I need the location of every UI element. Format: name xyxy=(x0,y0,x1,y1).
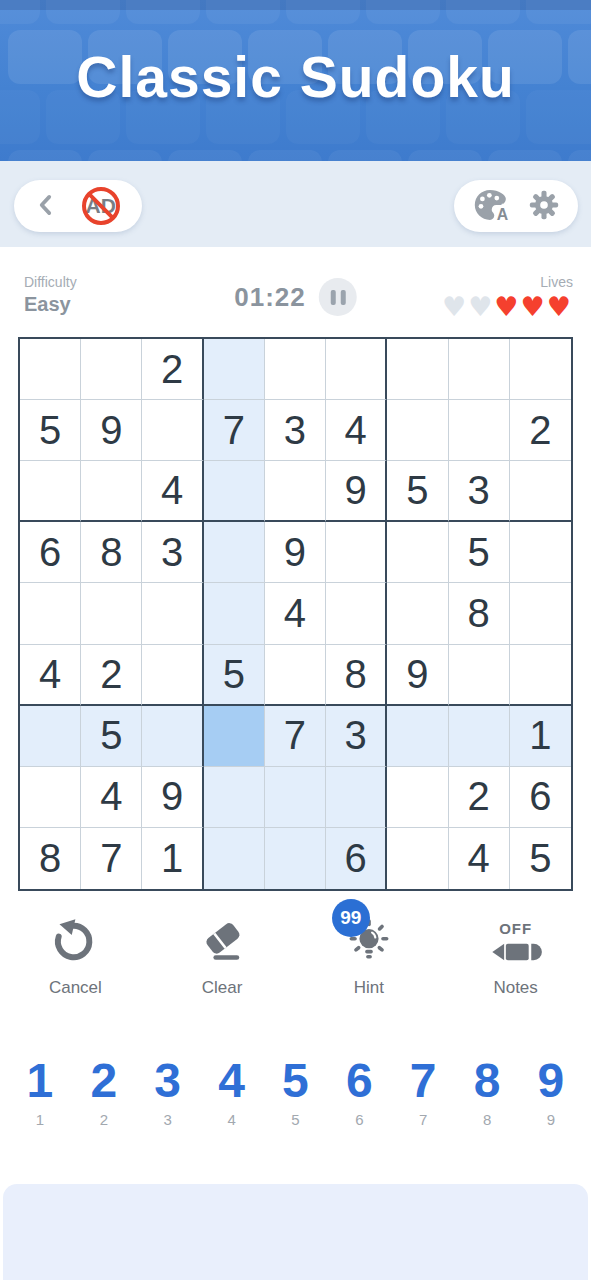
numpad-count: 4 xyxy=(227,1111,235,1128)
cell-r2c5[interactable]: 3 xyxy=(265,400,326,461)
difficulty-label: Difficulty xyxy=(24,274,77,290)
cell-r1c6[interactable] xyxy=(326,339,387,400)
cell-r7c5[interactable]: 7 xyxy=(265,706,326,767)
cell-r4c1[interactable]: 6 xyxy=(20,522,81,583)
cell-r5c1[interactable] xyxy=(20,583,81,644)
cell-r1c1[interactable] xyxy=(20,339,81,400)
cell-r3c5[interactable] xyxy=(265,461,326,522)
app-screen: Classic Sudoku AD xyxy=(0,0,591,1280)
numpad-count: 8 xyxy=(483,1111,491,1128)
difficulty-value: Easy xyxy=(24,293,77,316)
cell-r3c2[interactable] xyxy=(81,461,142,522)
cell-r3c6[interactable]: 9 xyxy=(326,461,387,522)
cell-r7c4[interactable] xyxy=(204,706,265,767)
pause-icon xyxy=(330,290,335,305)
cell-r6c4[interactable]: 5 xyxy=(204,645,265,706)
numpad-digit: 7 xyxy=(410,1056,437,1106)
cell-r9c5[interactable] xyxy=(265,828,326,889)
cell-r9c8[interactable]: 4 xyxy=(449,828,510,889)
cell-r9c9[interactable]: 5 xyxy=(510,828,571,889)
cell-r8c5[interactable] xyxy=(265,767,326,828)
numpad-digit: 6 xyxy=(346,1056,373,1106)
ad-banner-area xyxy=(3,1184,588,1280)
cell-r4c8[interactable]: 5 xyxy=(449,522,510,583)
cell-r3c8[interactable]: 3 xyxy=(449,461,510,522)
numpad-count: 7 xyxy=(419,1111,427,1128)
cell-r8c7[interactable] xyxy=(387,767,448,828)
cell-r7c7[interactable] xyxy=(387,706,448,767)
sudoku-board: 2597342495368395484258957314926871645 xyxy=(18,337,573,891)
cell-r4c6[interactable] xyxy=(326,522,387,583)
cell-r7c6[interactable]: 3 xyxy=(326,706,387,767)
cell-r1c5[interactable] xyxy=(265,339,326,400)
numpad-key-6[interactable]: 66 xyxy=(336,1056,382,1128)
cell-r6c9[interactable] xyxy=(510,645,571,706)
cell-r9c7[interactable] xyxy=(387,828,448,889)
cell-r1c9[interactable] xyxy=(510,339,571,400)
cell-r5c2[interactable] xyxy=(81,583,142,644)
lives-block: Lives ♥♥♥♥♥ xyxy=(442,274,573,323)
cell-r7c2[interactable]: 5 xyxy=(81,706,142,767)
bulb-icon: 99 xyxy=(346,911,392,971)
cell-r8c1[interactable] xyxy=(20,767,81,828)
cell-r7c9[interactable]: 1 xyxy=(510,706,571,767)
numpad-digit: 2 xyxy=(90,1056,117,1106)
numpad-digit: 1 xyxy=(27,1056,54,1106)
cell-r2c1[interactable]: 5 xyxy=(20,400,81,461)
clear-button[interactable]: Clear xyxy=(149,903,295,998)
cell-r8c2[interactable]: 4 xyxy=(81,767,142,828)
cell-r1c8[interactable] xyxy=(449,339,510,400)
undo-icon xyxy=(52,911,98,971)
cell-r9c4[interactable] xyxy=(204,828,265,889)
numpad-count: 5 xyxy=(291,1111,299,1128)
cell-r3c1[interactable] xyxy=(20,461,81,522)
numpad-count: 9 xyxy=(547,1111,555,1128)
cell-r3c7[interactable]: 5 xyxy=(387,461,448,522)
cell-r9c2[interactable]: 7 xyxy=(81,828,142,889)
numpad-key-7[interactable]: 77 xyxy=(400,1056,446,1128)
cell-r4c4[interactable] xyxy=(204,522,265,583)
cell-r5c4[interactable] xyxy=(204,583,265,644)
numpad-key-8[interactable]: 88 xyxy=(464,1056,510,1128)
status-bar xyxy=(0,0,591,10)
notes-button[interactable]: OFF Notes xyxy=(443,903,589,998)
cell-r6c7[interactable]: 9 xyxy=(387,645,448,706)
cell-r8c3[interactable]: 9 xyxy=(142,767,203,828)
hint-button[interactable]: 99 Hint xyxy=(296,903,442,998)
pencil-icon: OFF xyxy=(490,911,542,971)
cell-r9c3[interactable]: 1 xyxy=(142,828,203,889)
difficulty-block: Difficulty Easy xyxy=(24,274,77,316)
numpad-count: 6 xyxy=(355,1111,363,1128)
cell-r1c3[interactable]: 2 xyxy=(142,339,203,400)
heart-icon: ♥ xyxy=(547,291,573,322)
cell-r8c8[interactable]: 2 xyxy=(449,767,510,828)
numpad-key-3[interactable]: 33 xyxy=(145,1056,191,1128)
notes-state: OFF xyxy=(499,920,532,937)
eraser-icon xyxy=(199,911,245,971)
action-bar: Cancel Clear xyxy=(0,903,591,1011)
timer-group: 01:22 xyxy=(234,278,357,316)
numpad-key-5[interactable]: 55 xyxy=(272,1056,318,1128)
cell-r5c9[interactable] xyxy=(510,583,571,644)
no-ads-icon[interactable]: AD xyxy=(79,184,123,228)
numpad-digit: 4 xyxy=(218,1056,245,1106)
cell-r2c3[interactable] xyxy=(142,400,203,461)
cell-r2c7[interactable] xyxy=(387,400,448,461)
cell-r4c9[interactable] xyxy=(510,522,571,583)
cell-r8c6[interactable] xyxy=(326,767,387,828)
svg-text:A: A xyxy=(497,206,509,223)
gear-icon xyxy=(527,188,561,225)
cell-r6c8[interactable] xyxy=(449,645,510,706)
cell-r6c5[interactable] xyxy=(265,645,326,706)
cell-r3c9[interactable] xyxy=(510,461,571,522)
numpad-count: 3 xyxy=(164,1111,172,1128)
numpad-key-1[interactable]: 11 xyxy=(17,1056,63,1128)
cell-r6c3[interactable] xyxy=(142,645,203,706)
app-header: Classic Sudoku xyxy=(0,0,591,161)
cell-r5c8[interactable]: 8 xyxy=(449,583,510,644)
cell-r2c4[interactable]: 7 xyxy=(204,400,265,461)
lives-label: Lives xyxy=(442,274,573,290)
back-noads-pill: AD xyxy=(14,180,142,232)
cell-r2c2[interactable]: 9 xyxy=(81,400,142,461)
game-info-row: Difficulty Easy 01:22 Lives ♥♥♥♥♥ xyxy=(0,262,591,334)
heart-icon: ♥ xyxy=(494,291,520,322)
settings-button[interactable] xyxy=(527,188,561,225)
chevron-left-icon xyxy=(33,192,59,221)
cell-r4c7[interactable] xyxy=(387,522,448,583)
cell-r7c3[interactable] xyxy=(142,706,203,767)
numpad-count: 2 xyxy=(100,1111,108,1128)
numpad-digit: 3 xyxy=(154,1056,181,1106)
numpad-key-2[interactable]: 22 xyxy=(81,1056,127,1128)
cell-r8c4[interactable] xyxy=(204,767,265,828)
heart-icon: ♥ xyxy=(468,291,494,322)
cell-r8c9[interactable]: 6 xyxy=(510,767,571,828)
cancel-button[interactable]: Cancel xyxy=(2,903,148,998)
cell-r5c5[interactable]: 4 xyxy=(265,583,326,644)
cell-r6c1[interactable]: 4 xyxy=(20,645,81,706)
cell-r2c9[interactable]: 2 xyxy=(510,400,571,461)
cell-r7c8[interactable] xyxy=(449,706,510,767)
theme-settings-pill: A xyxy=(454,180,578,232)
cell-r1c7[interactable] xyxy=(387,339,448,400)
cell-r3c3[interactable]: 4 xyxy=(142,461,203,522)
toolbar: AD A xyxy=(0,161,591,247)
numpad-count: 1 xyxy=(36,1111,44,1128)
back-button[interactable] xyxy=(33,192,59,221)
cell-r7c1[interactable] xyxy=(20,706,81,767)
hint-count-badge: 99 xyxy=(332,899,370,937)
cell-r4c5[interactable]: 9 xyxy=(265,522,326,583)
theme-button[interactable]: A xyxy=(471,186,509,227)
cell-r1c4[interactable] xyxy=(204,339,265,400)
page-title: Classic Sudoku xyxy=(0,44,591,110)
palette-icon: A xyxy=(471,186,509,227)
cell-r6c6[interactable]: 8 xyxy=(326,645,387,706)
cell-r5c7[interactable] xyxy=(387,583,448,644)
heart-icon: ♥ xyxy=(521,291,547,322)
heart-icon: ♥ xyxy=(442,291,468,322)
timer-value: 01:22 xyxy=(234,282,306,313)
cell-r2c6[interactable]: 4 xyxy=(326,400,387,461)
number-pad: 112233445566778899 xyxy=(0,1056,591,1128)
numpad-digit: 5 xyxy=(282,1056,309,1106)
cell-r5c6[interactable] xyxy=(326,583,387,644)
numpad-digit: 8 xyxy=(474,1056,501,1106)
numpad-key-4[interactable]: 44 xyxy=(209,1056,255,1128)
numpad-digit: 9 xyxy=(538,1056,565,1106)
cell-r9c1[interactable]: 8 xyxy=(20,828,81,889)
lives-hearts: ♥♥♥♥♥ xyxy=(442,292,573,323)
cell-r6c2[interactable]: 2 xyxy=(81,645,142,706)
cell-r4c3[interactable]: 3 xyxy=(142,522,203,583)
numpad-key-9[interactable]: 99 xyxy=(528,1056,574,1128)
cell-r5c3[interactable] xyxy=(142,583,203,644)
cell-r3c4[interactable] xyxy=(204,461,265,522)
cell-r9c6[interactable]: 6 xyxy=(326,828,387,889)
pause-button[interactable] xyxy=(319,278,357,316)
cell-r4c2[interactable]: 8 xyxy=(81,522,142,583)
cell-r2c8[interactable] xyxy=(449,400,510,461)
cell-r1c2[interactable] xyxy=(81,339,142,400)
